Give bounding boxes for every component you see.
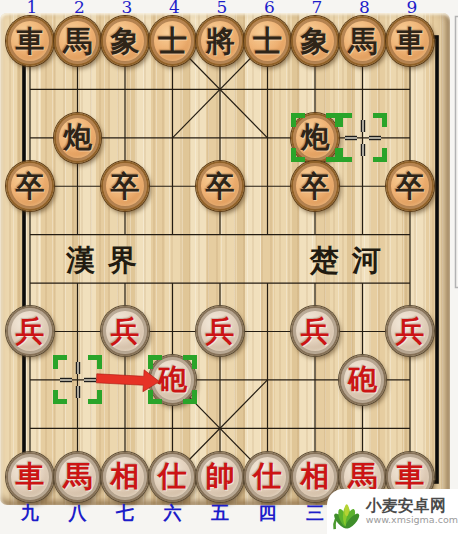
red-piece-相[interactable]: 相 [101,452,149,502]
file-label-top-2: 2 [67,0,93,14]
file-label-top-7: 7 [304,0,330,14]
black-piece-將[interactable]: 將 [196,16,244,66]
file-label-bottom-六: 六 [160,501,186,525]
black-piece-車[interactable]: 車 [6,16,54,66]
red-piece-仕[interactable]: 仕 [149,452,197,502]
red-piece-砲[interactable]: 砲 [339,355,387,405]
file-label-bottom-八: 八 [65,501,91,525]
watermark-site-name: 小麦安卓网 [366,498,458,515]
black-piece-卒[interactable]: 卒 [101,161,149,211]
black-piece-象[interactable]: 象 [101,16,149,66]
black-piece-卒[interactable]: 卒 [291,161,339,211]
crosshair-cursor-icon [340,115,386,161]
red-piece-兵[interactable]: 兵 [6,306,54,356]
wheat-logo-icon [327,490,365,534]
highlight-bracket [148,355,197,404]
red-piece-兵[interactable]: 兵 [101,306,149,356]
red-piece-帥[interactable]: 帥 [196,452,244,502]
file-label-top-8: 8 [352,0,378,14]
highlight-bracket [291,113,340,162]
black-piece-士[interactable]: 士 [244,16,292,66]
black-piece-卒[interactable]: 卒 [196,161,244,211]
black-piece-炮[interactable]: 炮 [54,113,102,163]
file-label-bottom-九: 九 [17,501,43,525]
red-piece-兵[interactable]: 兵 [196,306,244,356]
file-label-top-5: 5 [209,0,235,14]
red-piece-兵[interactable]: 兵 [386,306,434,356]
board-grid[interactable]: 車馬象士將士象馬車炮炮卒卒卒卒卒兵兵兵兵兵砲砲車馬相仕帥仕相馬車 [6,17,434,501]
red-piece-車[interactable]: 車 [6,452,54,502]
watermark-url: www.xmsigma.com [366,515,458,525]
file-label-top-4: 4 [162,0,188,14]
black-piece-卒[interactable]: 卒 [6,161,54,211]
file-label-top-6: 6 [257,0,283,14]
red-piece-仕[interactable]: 仕 [244,452,292,502]
black-piece-馬[interactable]: 馬 [339,16,387,66]
black-piece-士[interactable]: 士 [149,16,197,66]
xiangqi-app: 漢界 楚河 車馬象士將士象馬車炮炮卒卒卒卒卒兵兵兵兵兵砲砲車馬相仕帥仕相馬車 1… [0,0,458,534]
file-label-bottom-五: 五 [207,501,233,525]
file-label-top-9: 9 [399,0,425,14]
watermark: 小麦安卓网 www.xmsigma.com [327,489,458,534]
file-label-top-1: 1 [19,0,45,14]
red-piece-兵[interactable]: 兵 [291,306,339,356]
black-piece-車[interactable]: 車 [386,16,434,66]
file-label-top-3: 3 [114,0,140,14]
file-label-bottom-四: 四 [255,501,281,525]
black-piece-馬[interactable]: 馬 [54,16,102,66]
file-label-bottom-三: 三 [302,501,328,525]
crosshair-cursor-icon [55,357,101,403]
black-piece-卒[interactable]: 卒 [386,161,434,211]
file-label-bottom-七: 七 [112,501,138,525]
red-piece-馬[interactable]: 馬 [54,452,102,502]
black-piece-象[interactable]: 象 [291,16,339,66]
